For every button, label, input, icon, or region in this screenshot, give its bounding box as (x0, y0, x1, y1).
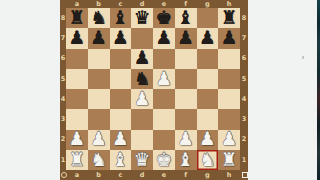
square-c4[interactable] (110, 89, 132, 109)
square-a5[interactable] (66, 69, 88, 89)
black-pawn[interactable]: ♟ (90, 29, 107, 48)
square-d6[interactable]: ♟ (131, 49, 153, 69)
black-pawn[interactable]: ♟ (69, 29, 86, 48)
white-pawn[interactable]: ♟ (134, 89, 151, 108)
rank-labels-right: 87654321 (240, 8, 248, 170)
square-b2[interactable]: ♟ (88, 130, 110, 150)
square-b3[interactable] (88, 109, 110, 129)
rank-label-4: 4 (240, 89, 248, 109)
square-g6[interactable] (197, 49, 219, 69)
board-squares: ♜♞♝♛♚♝♜♟♟♟♟♟♟♟♟♞♟♟♟♟♟♟♟♟♜♞♝♛♚♝♞♜ (66, 8, 240, 170)
square-h1[interactable]: ♜ (218, 150, 240, 170)
square-e3[interactable] (153, 109, 175, 129)
square-a4[interactable] (66, 89, 88, 109)
square-c1[interactable]: ♝ (110, 150, 132, 170)
square-f2[interactable]: ♟ (175, 130, 197, 150)
square-f3[interactable] (175, 109, 197, 129)
square-d4[interactable]: ♟ (131, 89, 153, 109)
white-rook[interactable]: ♜ (69, 150, 86, 169)
square-h6[interactable] (218, 49, 240, 69)
white-knight[interactable]: ♞ (90, 150, 107, 169)
square-d3[interactable] (131, 109, 153, 129)
white-king[interactable]: ♚ (156, 150, 173, 169)
square-c8[interactable]: ♝ (110, 8, 132, 28)
square-g8[interactable] (197, 8, 219, 28)
square-b6[interactable] (88, 49, 110, 69)
black-rook[interactable]: ♜ (221, 8, 238, 27)
square-e1[interactable]: ♚ (153, 150, 175, 170)
square-e6[interactable] (153, 49, 175, 69)
square-g4[interactable] (197, 89, 219, 109)
file-label-e: e (153, 170, 175, 180)
square-a8[interactable]: ♜ (66, 8, 88, 28)
file-label-h: h (218, 170, 240, 180)
black-queen[interactable]: ♛ (134, 8, 151, 27)
square-a2[interactable]: ♟ (66, 130, 88, 150)
square-d8[interactable]: ♛ (131, 8, 153, 28)
square-f6[interactable] (175, 49, 197, 69)
black-bishop[interactable]: ♝ (177, 8, 194, 27)
frame-corner-circle-icon (61, 172, 67, 178)
square-a6[interactable] (66, 49, 88, 69)
white-queen[interactable]: ♛ (134, 150, 151, 169)
rank-label-5: 5 (240, 69, 248, 89)
square-c2[interactable]: ♟ (110, 130, 132, 150)
file-label-a: a (66, 170, 88, 180)
white-bishop[interactable]: ♝ (112, 150, 129, 169)
black-pawn[interactable]: ♟ (134, 49, 151, 68)
square-c5[interactable] (110, 69, 132, 89)
square-g7[interactable]: ♟ (197, 28, 219, 48)
square-b7[interactable]: ♟ (88, 28, 110, 48)
square-b1[interactable]: ♞ (88, 150, 110, 170)
rank-label-6: 6 (240, 49, 248, 69)
rank-label-2: 2 (240, 130, 248, 150)
rank-label-8: 8 (240, 8, 248, 28)
black-king[interactable]: ♚ (156, 8, 173, 27)
black-knight[interactable]: ♞ (134, 69, 151, 88)
square-f4[interactable] (175, 89, 197, 109)
file-label-d: d (131, 170, 153, 180)
white-pawn[interactable]: ♟ (112, 130, 129, 149)
square-h5[interactable] (218, 69, 240, 89)
square-b5[interactable] (88, 69, 110, 89)
rank-label-1: 1 (240, 150, 248, 170)
square-g1[interactable]: ♞ (197, 150, 219, 170)
black-pawn[interactable]: ♟ (156, 29, 173, 48)
white-pawn[interactable]: ♟ (221, 130, 238, 149)
square-h2[interactable]: ♟ (218, 130, 240, 150)
square-c3[interactable] (110, 109, 132, 129)
square-g2[interactable]: ♟ (197, 130, 219, 150)
rank-label-7: 7 (240, 28, 248, 48)
square-e4[interactable] (153, 89, 175, 109)
square-d5[interactable]: ♞ (131, 69, 153, 89)
square-e5[interactable]: ♟ (153, 69, 175, 89)
black-bishop[interactable]: ♝ (112, 8, 129, 27)
rank-label-3: 3 (240, 109, 248, 129)
file-label-c: c (110, 170, 132, 180)
square-f5[interactable] (175, 69, 197, 89)
black-rook[interactable]: ♜ (69, 8, 86, 27)
file-labels-bottom: abcdefgh (66, 170, 240, 180)
file-label-g: g (197, 0, 219, 8)
square-d2[interactable] (131, 130, 153, 150)
square-h3[interactable] (218, 109, 240, 129)
square-a3[interactable] (66, 109, 88, 129)
square-f7[interactable]: ♟ (175, 28, 197, 48)
square-a7[interactable]: ♟ (66, 28, 88, 48)
square-h4[interactable] (218, 89, 240, 109)
white-pawn[interactable]: ♟ (69, 130, 86, 149)
black-pawn[interactable]: ♟ (177, 29, 194, 48)
white-bishop[interactable]: ♝ (177, 150, 194, 169)
square-a1[interactable]: ♜ (66, 150, 88, 170)
black-pawn[interactable]: ♟ (199, 29, 216, 48)
background-speck (302, 56, 304, 59)
file-label-f: f (175, 170, 197, 180)
white-pawn[interactable]: ♟ (177, 130, 194, 149)
white-knight[interactable]: ♞ (199, 150, 216, 169)
square-f8[interactable]: ♝ (175, 8, 197, 28)
black-pawn[interactable]: ♟ (112, 29, 129, 48)
square-c6[interactable] (110, 49, 132, 69)
square-b4[interactable] (88, 89, 110, 109)
file-label-g: g (197, 170, 219, 180)
square-g5[interactable] (197, 69, 219, 89)
white-pawn[interactable]: ♟ (90, 130, 107, 149)
square-f1[interactable]: ♝ (175, 150, 197, 170)
square-c7[interactable]: ♟ (110, 28, 132, 48)
square-d7[interactable] (131, 28, 153, 48)
square-h7[interactable]: ♟ (218, 28, 240, 48)
white-rook[interactable]: ♜ (221, 150, 238, 169)
square-e7[interactable]: ♟ (153, 28, 175, 48)
file-label-b: b (88, 170, 110, 180)
black-pawn[interactable]: ♟ (221, 29, 238, 48)
square-e8[interactable]: ♚ (153, 8, 175, 28)
square-e2[interactable] (153, 130, 175, 150)
frame-corner-square-icon (242, 172, 248, 178)
square-b8[interactable]: ♞ (88, 8, 110, 28)
square-g3[interactable] (197, 109, 219, 129)
chess-app-screenshot: abcdefgh abcdefgh 87654321 87654321 ♜♞♝♛… (0, 0, 320, 180)
square-h8[interactable]: ♜ (218, 8, 240, 28)
black-knight[interactable]: ♞ (90, 8, 107, 27)
white-pawn[interactable]: ♟ (199, 130, 216, 149)
square-d1[interactable]: ♛ (131, 150, 153, 170)
white-pawn[interactable]: ♟ (156, 69, 173, 88)
